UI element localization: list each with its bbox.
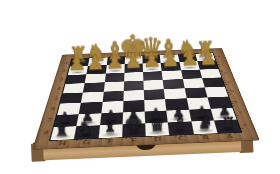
black-queen-glyph: ♛ [148,114,167,135]
far-file-label-5: C [159,50,177,55]
far-file-label-3: E [125,52,142,57]
far-file-label-0: H [73,54,91,59]
far-file-label-6: B [176,49,194,54]
black-king-glyph: ♚ [123,113,143,136]
far-file-label-1: G [90,53,108,58]
black-knight-glyph: ♞ [78,119,95,137]
black-bishop-glyph: ♝ [101,118,118,137]
far-file-label-2: F [108,52,126,57]
photo-tilt-wrapper: HGFEDCBA HGFEDCBA 12345678 12345678 ♜♞♝♛… [0,0,280,174]
chess-set-photo: HGFEDCBA HGFEDCBA 12345678 12345678 ♜♞♝♛… [0,0,280,174]
chess-board: HGFEDCBA HGFEDCBA 12345678 12345678 ♜♞♝♛… [32,48,260,150]
black-knight-glyph: ♞ [196,114,213,132]
black-bishop-glyph: ♝ [172,115,189,134]
black-rook-glyph: ♜ [54,122,69,139]
far-file-label-7: A [193,49,212,54]
far-file-label-4: D [142,51,160,56]
black-rook-glyph: ♜ [221,115,236,132]
